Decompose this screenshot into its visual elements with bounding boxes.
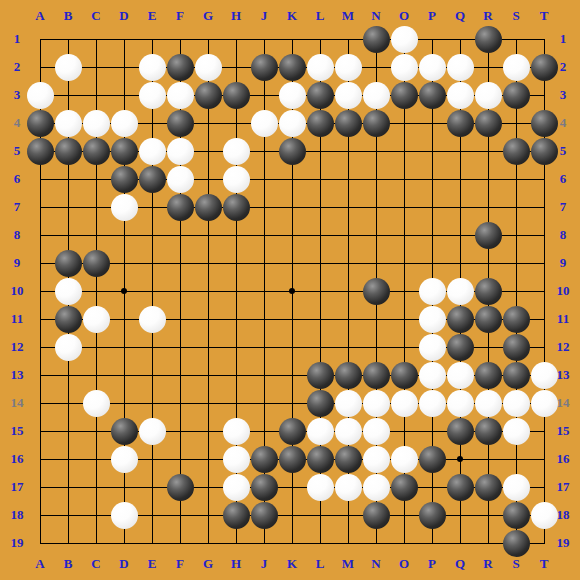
go-board[interactable]: AABBCCDDEEFFGGHHJJKKLLMMNNOOPPQQRRSSTT11… bbox=[0, 0, 580, 580]
stone-black-F4[interactable] bbox=[167, 110, 194, 137]
stone-white-O2[interactable] bbox=[391, 54, 418, 81]
stone-white-R14[interactable] bbox=[475, 390, 502, 417]
stone-black-R4[interactable] bbox=[475, 110, 502, 137]
stone-black-S12[interactable] bbox=[503, 334, 530, 361]
coordinate-label-left-16: 16 bbox=[1, 451, 33, 467]
stone-black-S13[interactable] bbox=[503, 362, 530, 389]
stone-white-P10[interactable] bbox=[419, 278, 446, 305]
stone-white-E3[interactable] bbox=[139, 82, 166, 109]
stone-white-N17[interactable] bbox=[363, 474, 390, 501]
coordinate-label-left-6: 6 bbox=[1, 171, 33, 187]
stone-black-F7[interactable] bbox=[167, 194, 194, 221]
stone-white-M14[interactable] bbox=[335, 390, 362, 417]
stone-white-D7[interactable] bbox=[111, 194, 138, 221]
stone-white-E15[interactable] bbox=[139, 418, 166, 445]
stone-white-C11[interactable] bbox=[83, 306, 110, 333]
stone-black-C5[interactable] bbox=[83, 138, 110, 165]
stone-black-O17[interactable] bbox=[391, 474, 418, 501]
stone-white-F5[interactable] bbox=[167, 138, 194, 165]
stone-black-T2[interactable] bbox=[531, 54, 558, 81]
stone-white-L15[interactable] bbox=[307, 418, 334, 445]
stone-black-S3[interactable] bbox=[503, 82, 530, 109]
stone-white-E2[interactable] bbox=[139, 54, 166, 81]
stone-black-R11[interactable] bbox=[475, 306, 502, 333]
stone-white-E5[interactable] bbox=[139, 138, 166, 165]
stone-black-Q11[interactable] bbox=[447, 306, 474, 333]
stone-black-S11[interactable] bbox=[503, 306, 530, 333]
stone-black-N4[interactable] bbox=[363, 110, 390, 137]
stone-black-G7[interactable] bbox=[195, 194, 222, 221]
stone-white-D18[interactable] bbox=[111, 502, 138, 529]
stone-black-Q15[interactable] bbox=[447, 418, 474, 445]
coordinate-label-right-17: 17 bbox=[547, 479, 579, 495]
stone-white-L2[interactable] bbox=[307, 54, 334, 81]
coordinate-label-left-18: 18 bbox=[1, 507, 33, 523]
stone-white-N16[interactable] bbox=[363, 446, 390, 473]
stone-black-K2[interactable] bbox=[279, 54, 306, 81]
stone-white-F6[interactable] bbox=[167, 166, 194, 193]
coordinate-label-bottom-T: T bbox=[528, 556, 560, 572]
stone-black-P16[interactable] bbox=[419, 446, 446, 473]
stone-white-C4[interactable] bbox=[83, 110, 110, 137]
stone-white-P13[interactable] bbox=[419, 362, 446, 389]
coordinate-label-right-1: 1 bbox=[547, 31, 579, 47]
stone-white-M3[interactable] bbox=[335, 82, 362, 109]
stone-black-R17[interactable] bbox=[475, 474, 502, 501]
stone-white-P11[interactable] bbox=[419, 306, 446, 333]
stone-black-Q12[interactable] bbox=[447, 334, 474, 361]
stone-white-D4[interactable] bbox=[111, 110, 138, 137]
stone-white-K4[interactable] bbox=[279, 110, 306, 137]
stone-black-O3[interactable] bbox=[391, 82, 418, 109]
star-point bbox=[457, 456, 463, 462]
stone-white-L17[interactable] bbox=[307, 474, 334, 501]
stone-black-L13[interactable] bbox=[307, 362, 334, 389]
coordinate-label-right-9: 9 bbox=[547, 255, 579, 271]
stone-black-A5[interactable] bbox=[27, 138, 54, 165]
stone-black-T4[interactable] bbox=[531, 110, 558, 137]
stone-black-R10[interactable] bbox=[475, 278, 502, 305]
stone-black-B5[interactable] bbox=[55, 138, 82, 165]
stone-white-C14[interactable] bbox=[83, 390, 110, 417]
stone-black-Q4[interactable] bbox=[447, 110, 474, 137]
stone-white-N3[interactable] bbox=[363, 82, 390, 109]
stone-black-R8[interactable] bbox=[475, 222, 502, 249]
coordinate-label-right-8: 8 bbox=[547, 227, 579, 243]
stone-black-K16[interactable] bbox=[279, 446, 306, 473]
star-point bbox=[121, 288, 127, 294]
stone-black-D15[interactable] bbox=[111, 418, 138, 445]
stone-white-H6[interactable] bbox=[223, 166, 250, 193]
coordinate-label-right-11: 11 bbox=[547, 311, 579, 327]
stone-white-F3[interactable] bbox=[167, 82, 194, 109]
stone-white-T18[interactable] bbox=[531, 502, 558, 529]
stone-black-L3[interactable] bbox=[307, 82, 334, 109]
stone-black-L16[interactable] bbox=[307, 446, 334, 473]
coordinate-label-left-8: 8 bbox=[1, 227, 33, 243]
coordinate-label-left-14: 14 bbox=[1, 395, 33, 411]
coordinate-label-right-7: 7 bbox=[547, 199, 579, 215]
stone-black-M16[interactable] bbox=[335, 446, 362, 473]
stone-black-H3[interactable] bbox=[223, 82, 250, 109]
stone-black-S5[interactable] bbox=[503, 138, 530, 165]
stone-white-P12[interactable] bbox=[419, 334, 446, 361]
stone-black-N18[interactable] bbox=[363, 502, 390, 529]
star-point bbox=[289, 288, 295, 294]
stone-black-F17[interactable] bbox=[167, 474, 194, 501]
stone-black-M13[interactable] bbox=[335, 362, 362, 389]
stone-black-L14[interactable] bbox=[307, 390, 334, 417]
stone-white-J4[interactable] bbox=[251, 110, 278, 137]
stone-white-G2[interactable] bbox=[195, 54, 222, 81]
coordinate-label-right-12: 12 bbox=[547, 339, 579, 355]
stone-black-H7[interactable] bbox=[223, 194, 250, 221]
stone-white-Q10[interactable] bbox=[447, 278, 474, 305]
stone-white-P2[interactable] bbox=[419, 54, 446, 81]
coordinate-label-left-11: 11 bbox=[1, 311, 33, 327]
stone-white-M17[interactable] bbox=[335, 474, 362, 501]
stone-black-E6[interactable] bbox=[139, 166, 166, 193]
stone-white-K3[interactable] bbox=[279, 82, 306, 109]
stone-black-M4[interactable] bbox=[335, 110, 362, 137]
stone-black-P18[interactable] bbox=[419, 502, 446, 529]
stone-white-Q13[interactable] bbox=[447, 362, 474, 389]
stone-white-M2[interactable] bbox=[335, 54, 362, 81]
stone-white-H17[interactable] bbox=[223, 474, 250, 501]
stone-black-N13[interactable] bbox=[363, 362, 390, 389]
coordinate-label-left-2: 2 bbox=[1, 59, 33, 75]
stone-white-O14[interactable] bbox=[391, 390, 418, 417]
coordinate-label-left-15: 15 bbox=[1, 423, 33, 439]
stone-black-Q17[interactable] bbox=[447, 474, 474, 501]
coordinate-label-left-1: 1 bbox=[1, 31, 33, 47]
coordinate-label-left-19: 19 bbox=[1, 535, 33, 551]
stone-white-D16[interactable] bbox=[111, 446, 138, 473]
stone-black-K5[interactable] bbox=[279, 138, 306, 165]
stone-black-F2[interactable] bbox=[167, 54, 194, 81]
stone-black-D6[interactable] bbox=[111, 166, 138, 193]
stone-black-J16[interactable] bbox=[251, 446, 278, 473]
coordinate-label-right-19: 19 bbox=[547, 535, 579, 551]
stone-black-B11[interactable] bbox=[55, 306, 82, 333]
stone-white-Q3[interactable] bbox=[447, 82, 474, 109]
stone-black-N1[interactable] bbox=[363, 26, 390, 53]
coordinate-label-left-13: 13 bbox=[1, 367, 33, 383]
stone-black-R1[interactable] bbox=[475, 26, 502, 53]
coordinate-label-left-12: 12 bbox=[1, 339, 33, 355]
stone-white-T13[interactable] bbox=[531, 362, 558, 389]
stone-white-S14[interactable] bbox=[503, 390, 530, 417]
stone-black-L4[interactable] bbox=[307, 110, 334, 137]
stone-white-E11[interactable] bbox=[139, 306, 166, 333]
coordinate-label-left-10: 10 bbox=[1, 283, 33, 299]
stone-black-T5[interactable] bbox=[531, 138, 558, 165]
stone-white-N15[interactable] bbox=[363, 418, 390, 445]
stone-white-H5[interactable] bbox=[223, 138, 250, 165]
coordinate-label-top-T: T bbox=[528, 8, 560, 24]
stone-white-O16[interactable] bbox=[391, 446, 418, 473]
stone-black-H18[interactable] bbox=[223, 502, 250, 529]
coordinate-label-right-15: 15 bbox=[547, 423, 579, 439]
stone-white-H16[interactable] bbox=[223, 446, 250, 473]
stone-black-K15[interactable] bbox=[279, 418, 306, 445]
stone-white-H15[interactable] bbox=[223, 418, 250, 445]
stone-white-B12[interactable] bbox=[55, 334, 82, 361]
stone-black-G3[interactable] bbox=[195, 82, 222, 109]
coordinate-label-left-7: 7 bbox=[1, 199, 33, 215]
stone-black-B9[interactable] bbox=[55, 250, 82, 277]
coordinate-label-right-3: 3 bbox=[547, 87, 579, 103]
stone-white-A3[interactable] bbox=[27, 82, 54, 109]
stone-black-D5[interactable] bbox=[111, 138, 138, 165]
stone-white-P14[interactable] bbox=[419, 390, 446, 417]
stone-white-R3[interactable] bbox=[475, 82, 502, 109]
stone-black-O13[interactable] bbox=[391, 362, 418, 389]
stone-white-B2[interactable] bbox=[55, 54, 82, 81]
coordinate-label-left-9: 9 bbox=[1, 255, 33, 271]
stone-white-M15[interactable] bbox=[335, 418, 362, 445]
stone-black-J18[interactable] bbox=[251, 502, 278, 529]
coordinate-label-right-10: 10 bbox=[547, 283, 579, 299]
stone-black-R13[interactable] bbox=[475, 362, 502, 389]
stone-white-S2[interactable] bbox=[503, 54, 530, 81]
stone-white-B10[interactable] bbox=[55, 278, 82, 305]
stone-white-B4[interactable] bbox=[55, 110, 82, 137]
stone-white-S17[interactable] bbox=[503, 474, 530, 501]
stone-white-T14[interactable] bbox=[531, 390, 558, 417]
coordinate-label-right-6: 6 bbox=[547, 171, 579, 187]
stone-white-Q2[interactable] bbox=[447, 54, 474, 81]
stone-white-S15[interactable] bbox=[503, 418, 530, 445]
stone-black-J17[interactable] bbox=[251, 474, 278, 501]
stone-white-N14[interactable] bbox=[363, 390, 390, 417]
stone-black-P3[interactable] bbox=[419, 82, 446, 109]
coordinate-label-right-16: 16 bbox=[547, 451, 579, 467]
stone-white-O1[interactable] bbox=[391, 26, 418, 53]
stone-black-S19[interactable] bbox=[503, 530, 530, 557]
stone-black-J2[interactable] bbox=[251, 54, 278, 81]
stone-black-N10[interactable] bbox=[363, 278, 390, 305]
stone-white-Q14[interactable] bbox=[447, 390, 474, 417]
stone-black-C9[interactable] bbox=[83, 250, 110, 277]
stone-black-R15[interactable] bbox=[475, 418, 502, 445]
coordinate-label-left-17: 17 bbox=[1, 479, 33, 495]
stone-black-S18[interactable] bbox=[503, 502, 530, 529]
stone-black-A4[interactable] bbox=[27, 110, 54, 137]
